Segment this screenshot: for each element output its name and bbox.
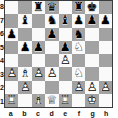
black-pawn-icon: ♟ <box>59 41 72 54</box>
file-label-f: f <box>72 108 86 118</box>
white-pawn-icon: ♟♙ <box>18 81 31 94</box>
square-g5[interactable] <box>85 41 98 54</box>
square-g8[interactable]: ♚ <box>85 1 98 14</box>
square-d2[interactable] <box>45 81 58 94</box>
square-e1[interactable]: ♜♖ <box>59 94 72 107</box>
file-label-h: h <box>99 108 113 118</box>
square-e3[interactable] <box>59 67 72 80</box>
square-a4[interactable] <box>5 54 18 67</box>
square-a6[interactable]: ♟ <box>5 28 18 41</box>
black-queen-icon: ♛ <box>45 1 58 14</box>
square-c3[interactable]: ♟♙ <box>32 67 45 80</box>
square-c6[interactable] <box>32 28 45 41</box>
black-rook-icon: ♜ <box>32 1 45 14</box>
square-e8[interactable] <box>59 1 72 14</box>
file-label-a: a <box>4 108 18 118</box>
square-e4[interactable]: ♟♙ <box>59 54 72 67</box>
black-pawn-icon: ♟ <box>45 28 58 41</box>
square-h4[interactable] <box>99 54 112 67</box>
square-c4[interactable] <box>32 54 45 67</box>
square-h8[interactable] <box>99 1 112 14</box>
square-e6[interactable] <box>59 28 72 41</box>
white-pawn-icon: ♟♙ <box>72 81 85 94</box>
file-label-g: g <box>86 108 100 118</box>
square-e2[interactable] <box>59 81 72 94</box>
black-pawn-icon: ♟ <box>85 14 98 27</box>
square-g1[interactable]: ♚♔ <box>85 94 98 107</box>
black-pawn-icon: ♟ <box>32 41 45 54</box>
square-a5[interactable] <box>5 41 18 54</box>
black-bishop-icon: ♝ <box>59 14 72 27</box>
square-d1[interactable]: ♛♕ <box>45 94 58 107</box>
file-label-b: b <box>18 108 32 118</box>
square-c1[interactable]: ♝♗ <box>32 94 45 107</box>
square-g4[interactable] <box>85 54 98 67</box>
square-f8[interactable]: ♜ <box>72 1 85 14</box>
square-a8[interactable] <box>5 1 18 14</box>
white-king-icon: ♚♔ <box>85 94 98 107</box>
square-b5[interactable]: ♟ <box>18 41 31 54</box>
white-bishop-icon: ♝♗ <box>32 94 45 107</box>
square-f3[interactable]: ♞♘ <box>72 67 85 80</box>
chess-board: ♜♛♜♚♝♞♝♟♟♟♟♟♞♟♟♟♞♘♟♙♟♙♝♗♟♙♟♙♞♘♟♙♟♙♟♙♟♙♜♖… <box>4 0 113 108</box>
square-a2[interactable] <box>5 81 18 94</box>
square-c8[interactable]: ♜ <box>32 1 45 14</box>
square-b7[interactable]: ♝ <box>18 14 31 27</box>
square-f4[interactable] <box>72 54 85 67</box>
square-g2[interactable]: ♟♙ <box>85 81 98 94</box>
square-g7[interactable]: ♟ <box>85 14 98 27</box>
file-label-e: e <box>59 108 73 118</box>
square-c7[interactable] <box>32 14 45 27</box>
square-h6[interactable] <box>99 28 112 41</box>
square-b2[interactable]: ♟♙ <box>18 81 31 94</box>
square-b1[interactable] <box>18 94 31 107</box>
white-pawn-icon: ♟♙ <box>59 54 72 67</box>
square-d6[interactable]: ♟ <box>45 28 58 41</box>
square-h2[interactable]: ♟♙ <box>99 81 112 94</box>
square-h1[interactable] <box>99 94 112 107</box>
square-e5[interactable]: ♟ <box>59 41 72 54</box>
square-h5[interactable] <box>99 41 112 54</box>
square-b6[interactable] <box>18 28 31 41</box>
black-pawn-icon: ♟ <box>99 14 112 27</box>
square-a7[interactable] <box>5 14 18 27</box>
file-label-d: d <box>45 108 59 118</box>
square-e7[interactable]: ♝ <box>59 14 72 27</box>
black-knight-icon: ♞ <box>72 28 85 41</box>
white-knight-icon: ♞♘ <box>72 41 85 54</box>
white-pawn-icon: ♟♙ <box>5 67 18 80</box>
square-d7[interactable]: ♞ <box>45 14 58 27</box>
square-a3[interactable]: ♟♙ <box>5 67 18 80</box>
square-b8[interactable] <box>18 1 31 14</box>
black-bishop-icon: ♝ <box>18 14 31 27</box>
file-labels: abcdefgh <box>4 108 113 118</box>
square-f2[interactable]: ♟♙ <box>72 81 85 94</box>
black-pawn-icon: ♟ <box>72 14 85 27</box>
white-pawn-icon: ♟♙ <box>85 81 98 94</box>
square-f6[interactable]: ♞ <box>72 28 85 41</box>
white-queen-icon: ♛♕ <box>45 94 58 107</box>
square-h3[interactable] <box>99 67 112 80</box>
white-pawn-icon: ♟♙ <box>32 67 45 80</box>
white-rook-icon: ♜♖ <box>59 94 72 107</box>
white-rook-icon: ♜♖ <box>5 94 18 107</box>
white-knight-icon: ♞♘ <box>72 67 85 80</box>
square-f7[interactable]: ♟ <box>72 14 85 27</box>
square-g3[interactable] <box>85 67 98 80</box>
square-d5[interactable] <box>45 41 58 54</box>
square-d3[interactable]: ♟♙ <box>45 67 58 80</box>
white-pawn-icon: ♟♙ <box>99 81 112 94</box>
black-knight-icon: ♞ <box>45 14 58 27</box>
black-pawn-icon: ♟ <box>18 41 31 54</box>
square-h7[interactable]: ♟ <box>99 14 112 27</box>
square-b3[interactable]: ♝♗ <box>18 67 31 80</box>
white-bishop-icon: ♝♗ <box>18 67 31 80</box>
square-a1[interactable]: ♜♖ <box>5 94 18 107</box>
chess-diagram: 87654321 ♜♛♜♚♝♞♝♟♟♟♟♟♞♟♟♟♞♘♟♙♟♙♝♗♟♙♟♙♞♘♟… <box>0 0 118 118</box>
black-pawn-icon: ♟ <box>5 28 18 41</box>
black-king-icon: ♚ <box>85 1 98 14</box>
square-f5[interactable]: ♞♘ <box>72 41 85 54</box>
black-rook-icon: ♜ <box>72 1 85 14</box>
white-pawn-icon: ♟♙ <box>45 67 58 80</box>
square-c5[interactable]: ♟ <box>32 41 45 54</box>
square-f1[interactable] <box>72 94 85 107</box>
square-d8[interactable]: ♛ <box>45 1 58 14</box>
square-g6[interactable] <box>85 28 98 41</box>
square-d4[interactable] <box>45 54 58 67</box>
file-label-c: c <box>31 108 45 118</box>
square-c2[interactable] <box>32 81 45 94</box>
square-b4[interactable] <box>18 54 31 67</box>
